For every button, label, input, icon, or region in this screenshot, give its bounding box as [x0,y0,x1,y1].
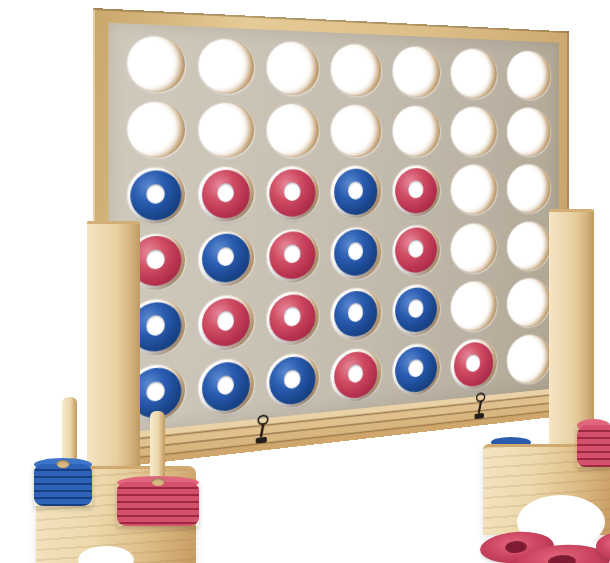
disc-center-hole [408,358,423,377]
cell-r6c4 [325,342,387,409]
cell-r5c6 [445,275,501,337]
blue-disc-stack [34,464,92,506]
disc-center-hole [217,311,234,332]
empty-hole [506,277,550,329]
disc-center-hole [284,244,300,264]
cell-r1c7 [501,45,555,104]
latch-left-icon [255,414,269,447]
cell-r4c3 [260,223,325,288]
cell-r2c3 [260,98,325,161]
cell-r4c5 [386,220,445,282]
empty-hole [330,104,381,157]
product-photo-scene [0,0,610,563]
cell-r3c7 [501,160,555,218]
cell-r5c2 [192,288,260,357]
cell-r2c2 [192,97,260,162]
blue-disc [334,289,378,338]
cell-r4c7 [501,216,555,275]
peg-hole [152,478,165,486]
cell-r4c6 [445,218,501,279]
cell-r6c2 [192,352,260,422]
cell-r6c6 [445,333,501,396]
disc-center-hole [147,380,165,402]
disc-center-hole [408,299,423,318]
disc-center-hole [217,183,234,203]
hole-with-blue-disc [198,357,254,417]
hole-with-blue-disc [266,351,319,410]
disc-center-hole [408,240,423,259]
empty-hole [127,101,186,158]
cell-r1c1 [120,29,192,97]
blue-disc [131,170,182,221]
blue-disc [395,286,436,334]
cell-r3c1 [120,162,192,229]
empty-hole [266,103,319,157]
disc-center-hole [284,369,300,389]
hole-with-blue-disc [392,342,440,398]
hole-with-blue-disc [330,165,381,218]
board-frame [93,8,569,470]
empty-hole [450,47,496,98]
disc-center-hole [348,181,364,200]
empty-hole [450,280,496,333]
cell-r4c2 [192,225,260,292]
red-disc [202,169,250,218]
cell-r3c5 [386,161,445,222]
cell-r3c4 [325,161,387,223]
disc-center-hole [408,180,423,198]
disc-center-hole [147,315,165,336]
disc-center-hole [284,182,300,201]
red-disc [270,293,316,343]
cell-r5c3 [260,285,325,352]
blue-disc [395,345,436,394]
red-disc [202,297,250,349]
cell-r1c4 [325,38,387,101]
empty-hole [450,222,496,274]
stand-post-right [549,209,594,452]
hole-with-blue-disc [330,226,381,281]
foot-arch-cutout [78,546,134,563]
cell-r6c3 [260,347,325,415]
red-disc-stack-right [577,425,610,467]
cell-r2c4 [325,100,387,162]
blue-disc [334,229,378,277]
red-disc [395,227,436,274]
connect-four-board [93,8,569,470]
red-disc [270,231,316,280]
empty-hole [506,107,550,156]
red-disc [454,341,494,389]
cell-r5c7 [501,273,555,333]
cell-r6c7 [501,329,555,391]
board-grid [108,23,559,435]
empty-hole [198,37,254,94]
blue-disc [270,355,316,406]
blue-disc [334,168,378,215]
board-face [108,23,559,435]
cell-r4c4 [325,221,387,285]
disc-center-hole [147,249,165,270]
stand-post-left [87,221,140,496]
hole-with-red-disc [392,165,440,217]
disc-center-hole [284,307,300,327]
red-disc-stack [117,482,199,526]
empty-hole [392,45,440,98]
cell-r5c4 [325,282,387,347]
empty-hole [392,105,440,157]
blue-disc [202,233,250,284]
cell-r6c5 [386,337,445,402]
cell-r5c5 [386,278,445,341]
hole-with-red-disc [266,290,319,347]
cell-r2c5 [386,101,445,161]
red-disc [270,169,316,217]
stack-body [34,464,92,506]
empty-hole [198,102,254,158]
empty-hole [330,42,381,96]
cell-r1c2 [192,32,260,98]
hole-with-blue-disc [127,167,186,225]
hole-with-red-disc [450,337,496,391]
stack-body [577,425,610,467]
empty-hole [266,40,319,95]
hole-with-blue-disc [392,283,440,337]
disc-center-hole [147,184,165,204]
cell-r1c5 [386,40,445,101]
disc-center-hole [466,353,480,372]
latch-right-icon [474,392,486,423]
disc-center-hole [217,375,234,396]
hole-with-red-disc [198,293,254,352]
red-disc [334,350,378,400]
peg-hole [57,460,70,468]
hole-with-blue-disc [198,230,254,287]
empty-hole [506,164,550,214]
hole-with-blue-disc [330,286,381,342]
cell-r1c6 [445,43,501,103]
disc-center-hole [348,242,364,261]
blue-disc [202,360,250,413]
cell-r1c3 [260,35,325,100]
cell-r2c6 [445,102,501,161]
cell-r3c6 [445,160,501,219]
cell-r3c2 [192,162,260,227]
disc-center-hole [348,363,364,383]
hole-with-red-disc [198,166,254,222]
cell-r3c3 [260,161,325,225]
hole-with-red-disc [266,228,319,284]
disc-center-hole [217,247,234,267]
hole-with-red-disc [330,347,381,404]
cell-r2c7 [501,103,555,161]
empty-hole [506,49,550,99]
empty-hole [506,333,550,386]
hole-with-red-disc [266,166,319,221]
cell-r2c1 [120,96,192,163]
disc-center-hole [348,303,364,322]
empty-hole [450,106,496,157]
empty-hole [450,164,496,215]
hole-with-red-disc [392,224,440,277]
stack-body [117,482,199,526]
red-disc [395,168,436,214]
empty-hole [506,220,550,271]
empty-hole [127,34,186,92]
